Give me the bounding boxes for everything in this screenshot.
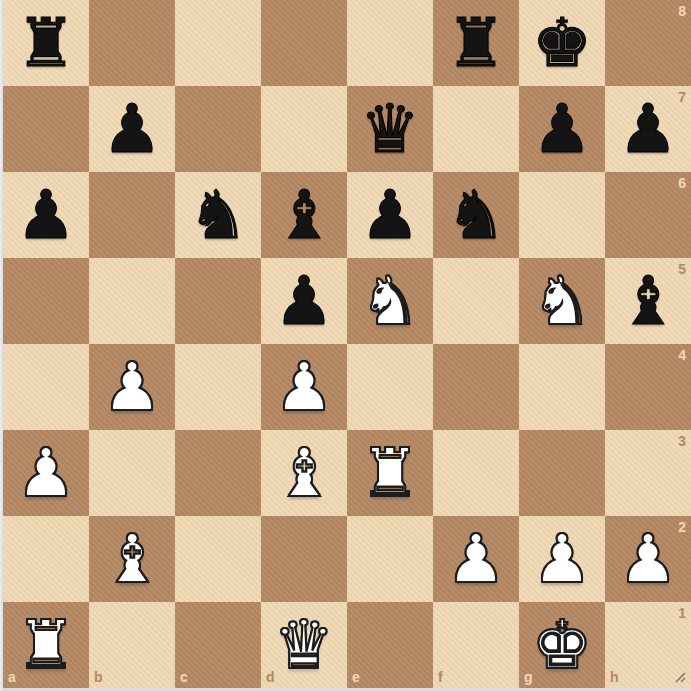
square-e1[interactable]: e bbox=[347, 602, 433, 688]
square-c2[interactable] bbox=[175, 516, 261, 602]
square-b8[interactable] bbox=[89, 0, 175, 86]
square-d3[interactable]: ♝ bbox=[261, 430, 347, 516]
white-pawn[interactable]: ♟ bbox=[16, 440, 76, 507]
white-king[interactable]: ♚ bbox=[532, 612, 592, 679]
rank-label-7: 7 bbox=[678, 90, 686, 104]
square-h1[interactable]: 1h bbox=[605, 602, 691, 688]
square-a7[interactable] bbox=[3, 86, 89, 172]
white-pawn[interactable]: ♟ bbox=[618, 526, 678, 593]
square-b1[interactable]: b bbox=[89, 602, 175, 688]
square-a2[interactable] bbox=[3, 516, 89, 602]
black-pawn[interactable]: ♟ bbox=[16, 182, 76, 249]
black-bishop[interactable]: ♝ bbox=[274, 182, 334, 249]
page-background: ♜♜♚8♟♛♟♟7♟♞♝♟♞6♟♞♞♝5♟♟4♟♝♜3♝♟♟♟2♜abc♛def… bbox=[0, 0, 691, 691]
square-a1[interactable]: ♜a bbox=[3, 602, 89, 688]
square-g1[interactable]: ♚g bbox=[519, 602, 605, 688]
square-c8[interactable] bbox=[175, 0, 261, 86]
square-h8[interactable]: 8 bbox=[605, 0, 691, 86]
white-knight[interactable]: ♞ bbox=[532, 268, 592, 335]
white-rook[interactable]: ♜ bbox=[16, 612, 76, 679]
black-knight[interactable]: ♞ bbox=[446, 182, 506, 249]
rank-label-3: 3 bbox=[678, 434, 686, 448]
square-e3[interactable]: ♜ bbox=[347, 430, 433, 516]
square-b2[interactable]: ♝ bbox=[89, 516, 175, 602]
square-d5[interactable]: ♟ bbox=[261, 258, 347, 344]
square-d7[interactable] bbox=[261, 86, 347, 172]
white-pawn[interactable]: ♟ bbox=[532, 526, 592, 593]
square-c3[interactable] bbox=[175, 430, 261, 516]
black-rook[interactable]: ♜ bbox=[16, 10, 76, 77]
rank-label-5: 5 bbox=[678, 262, 686, 276]
file-label-d: d bbox=[266, 670, 275, 684]
black-pawn[interactable]: ♟ bbox=[618, 96, 678, 163]
white-bishop[interactable]: ♝ bbox=[102, 526, 162, 593]
square-e2[interactable] bbox=[347, 516, 433, 602]
file-label-f: f bbox=[438, 670, 443, 684]
square-b6[interactable] bbox=[89, 172, 175, 258]
black-bishop[interactable]: ♝ bbox=[618, 268, 678, 335]
file-label-g: g bbox=[524, 670, 533, 684]
white-bishop[interactable]: ♝ bbox=[274, 440, 334, 507]
square-a3[interactable]: ♟ bbox=[3, 430, 89, 516]
rank-label-1: 1 bbox=[678, 606, 686, 620]
file-label-c: c bbox=[180, 670, 188, 684]
square-f5[interactable] bbox=[433, 258, 519, 344]
white-queen[interactable]: ♛ bbox=[274, 612, 334, 679]
file-label-h: h bbox=[610, 670, 619, 684]
square-e5[interactable]: ♞ bbox=[347, 258, 433, 344]
square-e7[interactable]: ♛ bbox=[347, 86, 433, 172]
square-g2[interactable]: ♟ bbox=[519, 516, 605, 602]
square-g4[interactable] bbox=[519, 344, 605, 430]
square-f4[interactable] bbox=[433, 344, 519, 430]
square-d8[interactable] bbox=[261, 0, 347, 86]
rank-label-4: 4 bbox=[678, 348, 686, 362]
square-f2[interactable]: ♟ bbox=[433, 516, 519, 602]
square-b3[interactable] bbox=[89, 430, 175, 516]
white-knight[interactable]: ♞ bbox=[360, 268, 420, 335]
square-c4[interactable] bbox=[175, 344, 261, 430]
square-g3[interactable] bbox=[519, 430, 605, 516]
square-c7[interactable] bbox=[175, 86, 261, 172]
black-knight[interactable]: ♞ bbox=[188, 182, 248, 249]
black-rook[interactable]: ♜ bbox=[446, 10, 506, 77]
square-e8[interactable] bbox=[347, 0, 433, 86]
file-label-a: a bbox=[8, 670, 16, 684]
black-queen[interactable]: ♛ bbox=[360, 96, 420, 163]
square-d1[interactable]: ♛d bbox=[261, 602, 347, 688]
square-b5[interactable] bbox=[89, 258, 175, 344]
file-label-b: b bbox=[94, 670, 103, 684]
chess-board: ♜♜♚8♟♛♟♟7♟♞♝♟♞6♟♞♞♝5♟♟4♟♝♜3♝♟♟♟2♜abc♛def… bbox=[3, 0, 691, 688]
square-b7[interactable]: ♟ bbox=[89, 86, 175, 172]
square-e4[interactable] bbox=[347, 344, 433, 430]
square-g8[interactable]: ♚ bbox=[519, 0, 605, 86]
square-g6[interactable] bbox=[519, 172, 605, 258]
square-f7[interactable] bbox=[433, 86, 519, 172]
square-a4[interactable] bbox=[3, 344, 89, 430]
square-f6[interactable]: ♞ bbox=[433, 172, 519, 258]
white-pawn[interactable]: ♟ bbox=[274, 354, 334, 421]
file-label-e: e bbox=[352, 670, 360, 684]
square-h6[interactable]: 6 bbox=[605, 172, 691, 258]
square-b4[interactable]: ♟ bbox=[89, 344, 175, 430]
square-a8[interactable]: ♜ bbox=[3, 0, 89, 86]
black-pawn[interactable]: ♟ bbox=[102, 96, 162, 163]
square-h4[interactable]: 4 bbox=[605, 344, 691, 430]
board-resize-handle-icon[interactable] bbox=[672, 669, 688, 685]
square-g7[interactable]: ♟ bbox=[519, 86, 605, 172]
square-f3[interactable] bbox=[433, 430, 519, 516]
square-a6[interactable]: ♟ bbox=[3, 172, 89, 258]
square-h3[interactable]: 3 bbox=[605, 430, 691, 516]
white-pawn[interactable]: ♟ bbox=[102, 354, 162, 421]
black-pawn[interactable]: ♟ bbox=[274, 268, 334, 335]
square-h2[interactable]: ♟2 bbox=[605, 516, 691, 602]
square-h7[interactable]: ♟7 bbox=[605, 86, 691, 172]
white-pawn[interactable]: ♟ bbox=[446, 526, 506, 593]
square-c5[interactable] bbox=[175, 258, 261, 344]
square-f8[interactable]: ♜ bbox=[433, 0, 519, 86]
black-pawn[interactable]: ♟ bbox=[360, 182, 420, 249]
square-d2[interactable] bbox=[261, 516, 347, 602]
square-c6[interactable]: ♞ bbox=[175, 172, 261, 258]
rank-label-2: 2 bbox=[678, 520, 686, 534]
square-d6[interactable]: ♝ bbox=[261, 172, 347, 258]
square-e6[interactable]: ♟ bbox=[347, 172, 433, 258]
square-d4[interactable]: ♟ bbox=[261, 344, 347, 430]
rank-label-8: 8 bbox=[678, 4, 686, 18]
black-pawn[interactable]: ♟ bbox=[532, 96, 592, 163]
square-a5[interactable] bbox=[3, 258, 89, 344]
rank-label-6: 6 bbox=[678, 176, 686, 190]
square-h5[interactable]: ♝5 bbox=[605, 258, 691, 344]
square-c1[interactable]: c bbox=[175, 602, 261, 688]
square-f1[interactable]: f bbox=[433, 602, 519, 688]
square-g5[interactable]: ♞ bbox=[519, 258, 605, 344]
white-rook[interactable]: ♜ bbox=[360, 440, 420, 507]
black-king[interactable]: ♚ bbox=[532, 10, 592, 77]
